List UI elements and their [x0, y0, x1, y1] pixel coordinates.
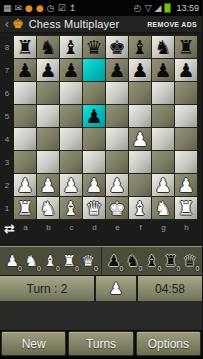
chess-board: 8♜♞♝♛♚♝♞♜7♟♟♟♟♟♟♟65♟4♟32♟♟♟♟♟♟♟1♜♞♝♛♚♝♞♜ — [0, 35, 202, 220]
file-label-f: f — [129, 220, 152, 236]
file-label-e: e — [106, 220, 129, 236]
white-rook-h1: ♜ — [177, 199, 194, 218]
file-label-d: d — [83, 220, 106, 236]
white-pawn-d2: ♟ — [85, 176, 102, 195]
upload-icon: ↥ — [69, 0, 77, 16]
white-pawn-g2: ♟ — [154, 176, 171, 195]
square-h2[interactable]: ♟ — [175, 174, 198, 197]
square-a2[interactable]: ♟ — [14, 174, 37, 197]
square-b8[interactable]: ♞ — [37, 36, 60, 59]
captured-black-bishop-icon: ♝0 — [145, 254, 158, 269]
black-pawn-g7: ♟ — [154, 61, 171, 80]
captured-white-knight-count: 0 — [37, 265, 41, 272]
square-f2[interactable] — [129, 174, 152, 197]
mail-icon: ✉ — [15, 0, 23, 16]
signal-bars-icon: ◢ — [155, 0, 162, 16]
square-d3[interactable] — [83, 151, 106, 174]
square-f3[interactable] — [129, 151, 152, 174]
square-a5[interactable] — [14, 105, 37, 128]
options-button[interactable]: Options — [136, 331, 201, 356]
square-b7[interactable]: ♟ — [37, 59, 60, 82]
square-b6[interactable] — [37, 82, 60, 105]
square-c8[interactable]: ♝ — [60, 36, 83, 59]
white-knight-g1: ♞ — [154, 199, 171, 218]
white-pawn-b2: ♟ — [39, 176, 56, 195]
black-pawn-h7: ♟ — [177, 61, 194, 80]
white-pawn-e2: ♟ — [108, 176, 125, 195]
page-title: Chess Multiplayer — [29, 18, 148, 30]
square-f8[interactable]: ♝ — [129, 36, 152, 59]
square-e3[interactable] — [106, 151, 129, 174]
rank-label-1: 1 — [0, 197, 14, 220]
captured-black-group: ♟0♞0♝0♜0♛0 — [102, 247, 203, 275]
captured-pieces-bar: ♟0♞0♝0♜0♛0 ♟0♞0♝0♜0♛0 — [0, 246, 202, 275]
square-d1[interactable]: ♛ — [83, 197, 106, 220]
timer: 04:58 — [138, 276, 202, 301]
black-pawn-a7: ♟ — [16, 61, 33, 80]
captured-white-rook-count: 0 — [75, 265, 79, 272]
square-d5[interactable]: ♟ — [83, 105, 106, 128]
task-check-icon: ☑ — [58, 0, 66, 16]
captured-black-rook-icon: ♜0 — [164, 254, 177, 269]
rank-label-6: 6 — [0, 82, 14, 105]
square-a7[interactable]: ♟ — [14, 59, 37, 82]
square-h3[interactable] — [175, 151, 198, 174]
white-pawn-turn-icon: ♟ — [109, 281, 123, 297]
status-bar-time: 13:59 — [176, 3, 199, 13]
file-label-b: b — [37, 220, 60, 236]
notification-circle2-icon: ● — [36, 0, 44, 16]
square-b2[interactable]: ♟ — [37, 174, 60, 197]
captured-white-pawn-count: 0 — [18, 265, 22, 272]
white-pawn-a2: ♟ — [16, 176, 33, 195]
captured-black-knight-icon: ♞0 — [126, 254, 139, 269]
black-rook-h8: ♜ — [177, 38, 194, 57]
antenna-icon: ▽ — [145, 0, 152, 16]
file-labels-row: ⇄ abcdefgh — [0, 220, 202, 238]
captured-black-pawn-icon: ♟0 — [107, 254, 120, 269]
square-e7[interactable]: ♟ — [106, 59, 129, 82]
captured-white-bishop-icon: ♝0 — [44, 254, 57, 269]
square-g8[interactable]: ♞ — [152, 36, 175, 59]
captured-white-queen-icon: ♛0 — [81, 254, 94, 269]
captured-white-group: ♟0♞0♝0♜0♛0 — [0, 247, 102, 275]
rank-label-2: 2 — [0, 174, 14, 197]
clock-icon: ◴ — [134, 0, 142, 16]
square-g5[interactable] — [152, 105, 175, 128]
status-bar-system-icons: ◴▽◢13:59 — [134, 0, 199, 16]
white-bishop-f1: ♝ — [131, 199, 148, 218]
square-d6[interactable] — [83, 82, 106, 105]
square-h4[interactable] — [175, 128, 198, 151]
alarm-icon: ◷ — [47, 0, 55, 16]
square-f5[interactable] — [129, 105, 152, 128]
white-knight-b1: ♞ — [39, 199, 56, 218]
square-a8[interactable]: ♜ — [14, 36, 37, 59]
square-g2[interactable]: ♟ — [152, 174, 175, 197]
ad-placeholder-area — [0, 301, 202, 330]
square-d7[interactable] — [83, 59, 106, 82]
board-spacer — [0, 238, 202, 246]
square-a6[interactable] — [14, 82, 37, 105]
battery-icon — [164, 3, 171, 13]
square-f7[interactable]: ♟ — [129, 59, 152, 82]
square-c2[interactable]: ♟ — [60, 174, 83, 197]
black-bishop-c8: ♝ — [62, 38, 79, 57]
square-g4[interactable] — [152, 128, 175, 151]
status-bar: ▦✉●●◷☑↥ ◴▽◢13:59 — [0, 0, 202, 16]
flip-board-icon[interactable]: ⇄ — [4, 220, 15, 238]
turns-button[interactable]: Turns — [68, 331, 133, 356]
square-b1[interactable]: ♞ — [37, 197, 60, 220]
square-h6[interactable] — [175, 82, 198, 105]
square-e6[interactable] — [106, 82, 129, 105]
square-d4[interactable] — [83, 128, 106, 151]
board-area: 8♜♞♝♛♚♝♞♜7♟♟♟♟♟♟♟65♟4♟32♟♟♟♟♟♟♟1♜♞♝♛♚♝♞♜… — [0, 33, 202, 246]
black-bishop-f8: ♝ — [131, 38, 148, 57]
white-pawn-f4: ♟ — [131, 130, 148, 149]
side-to-move-cell: ♟ — [96, 276, 138, 301]
rank-label-7: 7 — [0, 59, 14, 82]
file-label-a: a — [14, 220, 37, 236]
status-bar-notification-icons: ▦✉●●◷☑↥ — [3, 0, 76, 16]
remove-ads-button[interactable]: REMOVE ADS — [147, 21, 197, 28]
square-e8[interactable]: ♚ — [106, 36, 129, 59]
square-b5[interactable] — [37, 105, 60, 128]
square-h5[interactable] — [175, 105, 198, 128]
captured-black-knight-count: 0 — [139, 265, 143, 272]
white-pawn-c2: ♟ — [62, 176, 79, 195]
captured-black-bishop-count: 0 — [158, 265, 162, 272]
black-knight-g8: ♞ — [154, 38, 171, 57]
square-c4[interactable] — [60, 128, 83, 151]
black-pawn-b7: ♟ — [39, 61, 56, 80]
square-b3[interactable] — [37, 151, 60, 174]
square-e2[interactable]: ♟ — [106, 174, 129, 197]
bottom-button-bar: NewTurnsOptions — [0, 330, 202, 357]
square-d8[interactable]: ♛ — [83, 36, 106, 59]
rank-label-4: 4 — [0, 128, 14, 151]
captured-black-pawn-count: 0 — [120, 265, 124, 272]
black-knight-b8: ♞ — [39, 38, 56, 57]
square-h1[interactable]: ♜ — [175, 197, 198, 220]
captured-white-pawn-icon: ♟0 — [6, 254, 19, 269]
white-rook-a1: ♜ — [16, 199, 33, 218]
square-h7[interactable]: ♟ — [175, 59, 198, 82]
black-rook-a8: ♜ — [16, 38, 33, 57]
square-b4[interactable] — [37, 128, 60, 151]
white-queen-d1: ♛ — [85, 199, 102, 218]
file-label-h: h — [175, 220, 198, 236]
captured-black-rook-count: 0 — [177, 265, 181, 272]
turn-counter: Turn : 2 — [0, 276, 96, 301]
square-c7[interactable]: ♟ — [60, 59, 83, 82]
square-d2[interactable]: ♟ — [83, 174, 106, 197]
title-bar: ‹ ♚ Chess Multiplayer REMOVE ADS — [0, 16, 202, 33]
gallery-icon: ▦ — [3, 0, 12, 16]
black-queen-d8: ♛ — [85, 38, 102, 57]
square-g7[interactable]: ♟ — [152, 59, 175, 82]
rank-label-3: 3 — [0, 151, 14, 174]
file-label-g: g — [152, 220, 175, 236]
white-pawn-h2: ♟ — [177, 176, 194, 195]
file-label-c: c — [60, 220, 83, 236]
square-c6[interactable] — [60, 82, 83, 105]
black-pawn-d5: ♟ — [85, 107, 102, 126]
square-c5[interactable] — [60, 105, 83, 128]
white-king-e1: ♚ — [108, 199, 125, 218]
black-pawn-f7: ♟ — [131, 61, 148, 80]
captured-black-queen-icon: ♛0 — [183, 254, 196, 269]
back-chevron-icon[interactable]: ‹ — [5, 16, 9, 32]
black-king-e8: ♚ — [108, 38, 125, 57]
square-a3[interactable] — [14, 151, 37, 174]
rank-label-5: 5 — [0, 105, 14, 128]
black-pawn-c7: ♟ — [62, 61, 79, 80]
captured-white-bishop-count: 0 — [56, 265, 60, 272]
square-f6[interactable] — [129, 82, 152, 105]
square-e1[interactable]: ♚ — [106, 197, 129, 220]
new-button[interactable]: New — [1, 331, 66, 356]
square-a4[interactable] — [14, 128, 37, 151]
square-c1[interactable]: ♝ — [60, 197, 83, 220]
rank-label-8: 8 — [0, 36, 14, 59]
square-g6[interactable] — [152, 82, 175, 105]
white-bishop-c1: ♝ — [62, 199, 79, 218]
captured-white-knight-icon: ♞0 — [25, 254, 38, 269]
black-pawn-e7: ♟ — [108, 61, 125, 80]
square-g1[interactable]: ♞ — [152, 197, 175, 220]
square-c3[interactable] — [60, 151, 83, 174]
app-logo-king-icon: ♚ — [12, 16, 24, 32]
square-e4[interactable] — [106, 128, 129, 151]
turn-bar: Turn : 2 ♟ 04:58 — [0, 275, 202, 301]
captured-black-queen-count: 0 — [196, 265, 200, 272]
square-h8[interactable]: ♜ — [175, 36, 198, 59]
square-g3[interactable] — [152, 151, 175, 174]
captured-white-queen-count: 0 — [94, 265, 98, 272]
square-e5[interactable] — [106, 105, 129, 128]
square-f1[interactable]: ♝ — [129, 197, 152, 220]
notification-circle-icon: ● — [25, 0, 33, 16]
square-f4[interactable]: ♟ — [129, 128, 152, 151]
square-a1[interactable]: ♜ — [14, 197, 37, 220]
captured-white-rook-icon: ♜0 — [62, 254, 75, 269]
